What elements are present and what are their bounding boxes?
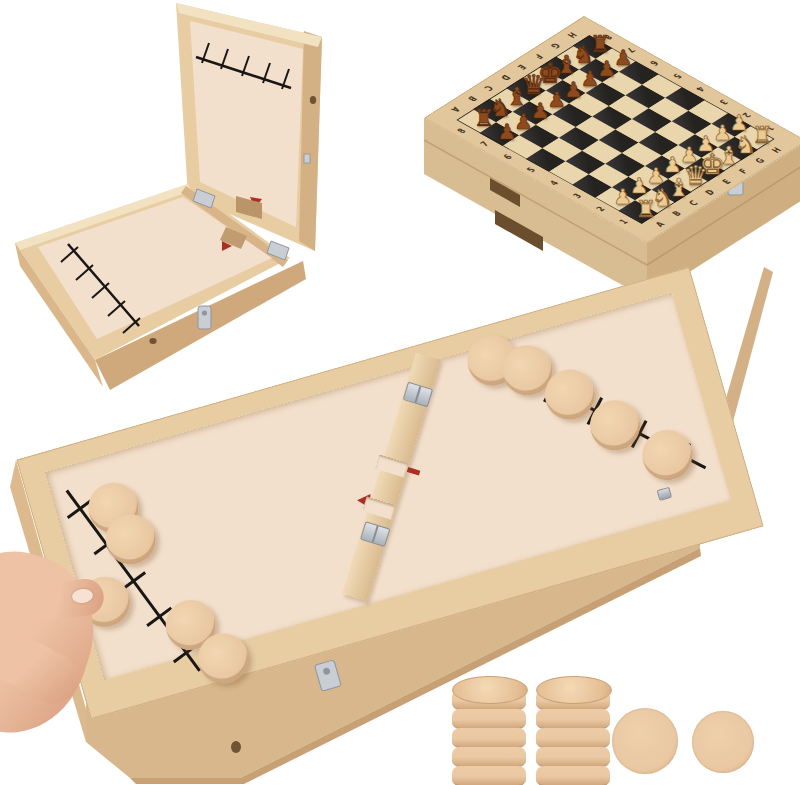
product-photo: ABCDEFGH8♜♞♝♛♚♝♞♜87♟♟♟♟♟♟♟♟7665544332♟♟♟… <box>0 0 800 785</box>
hinge-icon <box>403 382 433 408</box>
divider-slot <box>362 497 395 520</box>
finger-hole <box>231 741 241 753</box>
hinge-icon <box>360 521 390 547</box>
divider-slot <box>375 454 408 477</box>
